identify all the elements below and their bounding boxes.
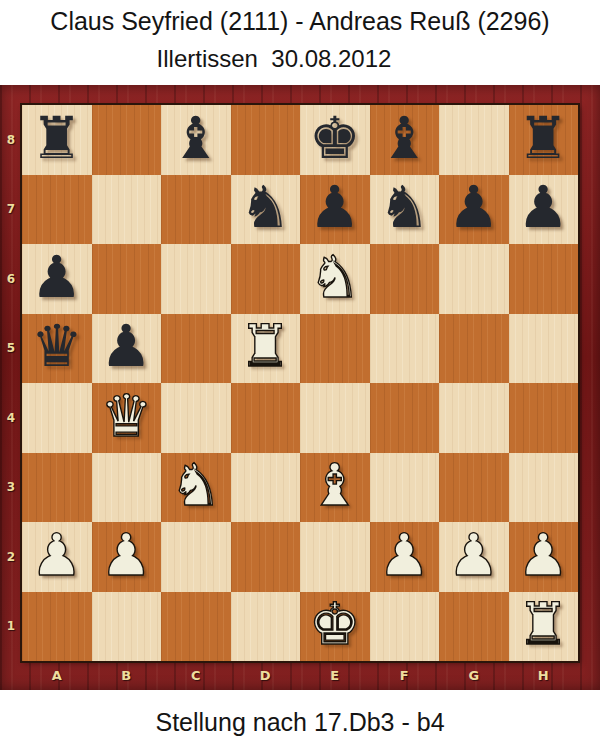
- square-g2: ♟: [439, 522, 509, 592]
- square-b3: [92, 453, 162, 523]
- file-label-a: A: [22, 661, 92, 689]
- square-c3: ♞: [161, 453, 231, 523]
- square-b7: [92, 175, 162, 245]
- white-pawn-g2: ♟: [448, 526, 500, 584]
- black-bishop-c8: ♝: [170, 109, 222, 167]
- white-pawn-h2: ♟: [517, 526, 569, 584]
- square-d3: [231, 453, 301, 523]
- square-c2: [161, 522, 231, 592]
- square-g4: [439, 383, 509, 453]
- square-e1: ♚: [300, 592, 370, 662]
- square-d7: ♞: [231, 175, 301, 245]
- chessboard-frame: ♜♝♚♝♜♞♟♞♟♟♟♞♛♟♜♛♞♝♟♟♟♟♟♚♜ 87654321 ABCDE…: [0, 85, 600, 690]
- square-h6: [509, 244, 579, 314]
- file-label-g: G: [439, 661, 509, 689]
- black-pawn-h7: ♟: [517, 178, 569, 236]
- square-g8: [439, 105, 509, 175]
- black-knight-d7: ♞: [239, 178, 291, 236]
- white-bishop-e3: ♝: [309, 456, 361, 514]
- rank-label-3: 3: [0, 453, 22, 523]
- square-d5: ♜: [231, 314, 301, 384]
- rank-label-4: 4: [0, 383, 22, 453]
- square-e4: [300, 383, 370, 453]
- white-knight-e6: ♞: [309, 248, 361, 306]
- square-a8: ♜: [22, 105, 92, 175]
- square-c8: ♝: [161, 105, 231, 175]
- square-a3: [22, 453, 92, 523]
- square-a2: ♟: [22, 522, 92, 592]
- white-queen-b4: ♛: [100, 387, 152, 445]
- square-e5: [300, 314, 370, 384]
- file-label-c: C: [161, 661, 231, 689]
- square-e8: ♚: [300, 105, 370, 175]
- square-b5: ♟: [92, 314, 162, 384]
- square-a5: ♛: [22, 314, 92, 384]
- square-f7: ♞: [370, 175, 440, 245]
- white-knight-c3: ♞: [170, 456, 222, 514]
- square-d4: [231, 383, 301, 453]
- rank-label-6: 6: [0, 244, 22, 314]
- square-c7: [161, 175, 231, 245]
- black-rook-h8: ♜: [517, 109, 569, 167]
- square-h5: [509, 314, 579, 384]
- square-c4: [161, 383, 231, 453]
- file-label-d: D: [231, 661, 301, 689]
- rank-label-1: 1: [0, 592, 22, 662]
- black-knight-f7: ♞: [378, 178, 430, 236]
- rank-label-2: 2: [0, 522, 22, 592]
- black-king-e8: ♚: [309, 109, 361, 167]
- square-h4: [509, 383, 579, 453]
- square-g7: ♟: [439, 175, 509, 245]
- square-d6: [231, 244, 301, 314]
- square-a4: [22, 383, 92, 453]
- square-g6: [439, 244, 509, 314]
- game-header-event-date: Illertissen 30.08.2012: [0, 45, 574, 73]
- square-e6: ♞: [300, 244, 370, 314]
- square-a7: [22, 175, 92, 245]
- white-pawn-a2: ♟: [31, 526, 83, 584]
- white-pawn-b2: ♟: [100, 526, 152, 584]
- square-d1: [231, 592, 301, 662]
- white-rook-h1: ♜: [517, 595, 569, 653]
- square-f8: ♝: [370, 105, 440, 175]
- square-e3: ♝: [300, 453, 370, 523]
- square-h1: ♜: [509, 592, 579, 662]
- file-label-h: H: [509, 661, 579, 689]
- square-e7: ♟: [300, 175, 370, 245]
- square-g3: [439, 453, 509, 523]
- white-pawn-f2: ♟: [378, 526, 430, 584]
- black-pawn-e7: ♟: [309, 178, 361, 236]
- rank-label-7: 7: [0, 175, 22, 245]
- black-queen-a5: ♛: [31, 317, 83, 375]
- position-caption: Stellung nach 17.Db3 - b4: [0, 708, 600, 737]
- black-pawn-g7: ♟: [448, 178, 500, 236]
- file-label-e: E: [300, 661, 370, 689]
- square-b1: [92, 592, 162, 662]
- black-pawn-b5: ♟: [100, 317, 152, 375]
- white-rook-d5: ♜: [239, 317, 291, 375]
- square-d2: [231, 522, 301, 592]
- square-e2: [300, 522, 370, 592]
- file-label-b: B: [92, 661, 162, 689]
- square-c6: [161, 244, 231, 314]
- square-g5: [439, 314, 509, 384]
- square-h8: ♜: [509, 105, 579, 175]
- square-f4: [370, 383, 440, 453]
- square-a1: [22, 592, 92, 662]
- rank-label-8: 8: [0, 105, 22, 175]
- square-h7: ♟: [509, 175, 579, 245]
- square-b8: [92, 105, 162, 175]
- square-g1: [439, 592, 509, 662]
- white-king-e1: ♚: [309, 595, 361, 653]
- square-f1: [370, 592, 440, 662]
- square-b4: ♛: [92, 383, 162, 453]
- black-pawn-a6: ♟: [31, 248, 83, 306]
- square-a6: ♟: [22, 244, 92, 314]
- square-b6: [92, 244, 162, 314]
- square-f3: [370, 453, 440, 523]
- square-f6: [370, 244, 440, 314]
- chessboard-grid: ♜♝♚♝♜♞♟♞♟♟♟♞♛♟♜♛♞♝♟♟♟♟♟♚♜: [22, 105, 578, 661]
- page: Claus Seyfried (2111) - Andreas Reuß (22…: [0, 0, 600, 750]
- square-d8: [231, 105, 301, 175]
- square-h3: [509, 453, 579, 523]
- black-rook-a8: ♜: [31, 109, 83, 167]
- file-label-f: F: [370, 661, 440, 689]
- square-f5: [370, 314, 440, 384]
- black-bishop-f8: ♝: [378, 109, 430, 167]
- square-c1: [161, 592, 231, 662]
- rank-label-5: 5: [0, 314, 22, 384]
- game-header-title: Claus Seyfried (2111) - Andreas Reuß (22…: [0, 7, 600, 36]
- square-b2: ♟: [92, 522, 162, 592]
- square-c5: [161, 314, 231, 384]
- square-h2: ♟: [509, 522, 579, 592]
- square-f2: ♟: [370, 522, 440, 592]
